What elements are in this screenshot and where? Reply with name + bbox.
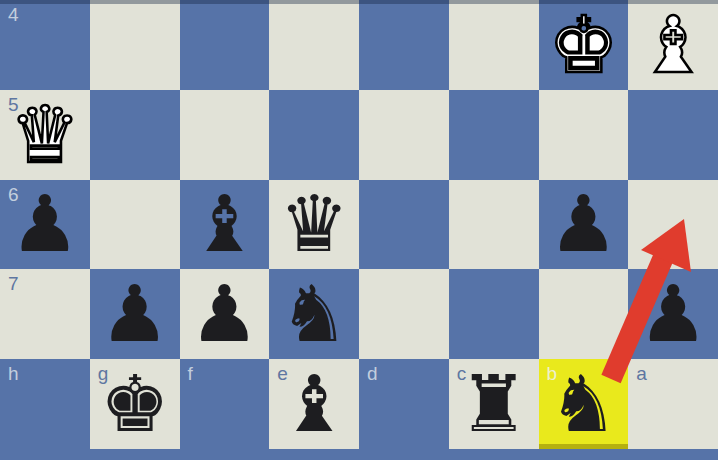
piece-black-king-g8[interactable]: ♚ <box>90 359 180 449</box>
square-e4[interactable] <box>269 0 359 90</box>
square-d8[interactable]: d <box>359 359 449 449</box>
file-label-a: a <box>636 364 647 384</box>
piece-black-pawn-b6[interactable]: ♟ <box>539 180 629 270</box>
file-label-d: d <box>367 364 378 384</box>
square-c7[interactable] <box>449 269 539 359</box>
square-b6[interactable]: ♟ <box>539 180 629 270</box>
chess-board: 4 ♚ ♝ 5♛ 6♟ ♝ ♛ ♟ 7 ♟ ♟ ♞ ♟ h <box>0 0 718 460</box>
square-h4[interactable]: 4 <box>0 0 90 90</box>
piece-black-bishop-f6[interactable]: ♝ <box>180 180 270 270</box>
square-b7[interactable] <box>539 269 629 359</box>
square-b5[interactable] <box>539 90 629 180</box>
square-f8[interactable]: f <box>180 359 270 449</box>
square-g7[interactable]: ♟ <box>90 269 180 359</box>
square-c5[interactable] <box>449 90 539 180</box>
square-f6[interactable]: ♝ <box>180 180 270 270</box>
square-e7[interactable]: ♞ <box>269 269 359 359</box>
piece-black-rook-c8[interactable]: ♜ <box>449 359 539 449</box>
piece-black-pawn-h6[interactable]: ♟ <box>0 180 90 270</box>
square-h7[interactable]: 7 <box>0 269 90 359</box>
square-a8[interactable]: a <box>628 359 718 449</box>
file-label-f: f <box>188 364 193 384</box>
square-c6[interactable] <box>449 180 539 270</box>
square-d4[interactable] <box>359 0 449 90</box>
piece-black-knight-e7[interactable]: ♞ <box>269 269 359 359</box>
square-b4[interactable]: ♚ <box>539 0 629 90</box>
piece-black-queen-e6[interactable]: ♛ <box>269 180 359 270</box>
square-a7[interactable]: ♟ <box>628 269 718 359</box>
square-e6[interactable]: ♛ <box>269 180 359 270</box>
file-label-h: h <box>8 364 19 384</box>
square-f5[interactable] <box>180 90 270 180</box>
piece-white-bishop-a4[interactable]: ♝ <box>628 0 718 90</box>
piece-white-king-b4[interactable]: ♚ <box>539 0 629 90</box>
piece-white-queen-h5[interactable]: ♛ <box>0 90 90 180</box>
piece-black-knight-b8[interactable]: ♞ <box>539 359 629 449</box>
square-c8[interactable]: c♜ <box>449 359 539 449</box>
piece-black-pawn-f7[interactable]: ♟ <box>180 269 270 359</box>
square-h8[interactable]: h <box>0 359 90 449</box>
square-e5[interactable] <box>269 90 359 180</box>
square-d7[interactable] <box>359 269 449 359</box>
piece-black-pawn-g7[interactable]: ♟ <box>90 269 180 359</box>
square-g6[interactable] <box>90 180 180 270</box>
square-e8[interactable]: e♝ <box>269 359 359 449</box>
square-a4[interactable]: ♝ <box>628 0 718 90</box>
piece-black-bishop-e8[interactable]: ♝ <box>269 359 359 449</box>
board-grid: 4 ♚ ♝ 5♛ 6♟ ♝ ♛ ♟ 7 ♟ ♟ ♞ ♟ h <box>0 0 718 449</box>
square-f7[interactable]: ♟ <box>180 269 270 359</box>
square-c4[interactable] <box>449 0 539 90</box>
rank-label-7: 7 <box>8 274 19 294</box>
square-a5[interactable] <box>628 90 718 180</box>
rank-label-4: 4 <box>8 5 19 25</box>
square-f4[interactable] <box>180 0 270 90</box>
square-b8-highlighted[interactable]: b♞ <box>539 359 629 449</box>
square-h5[interactable]: 5♛ <box>0 90 90 180</box>
square-g4[interactable] <box>90 0 180 90</box>
square-a6[interactable] <box>628 180 718 270</box>
square-d6[interactable] <box>359 180 449 270</box>
square-d5[interactable] <box>359 90 449 180</box>
square-h6[interactable]: 6♟ <box>0 180 90 270</box>
square-g8[interactable]: g♚ <box>90 359 180 449</box>
piece-black-pawn-a7[interactable]: ♟ <box>628 269 718 359</box>
square-g5[interactable] <box>90 90 180 180</box>
